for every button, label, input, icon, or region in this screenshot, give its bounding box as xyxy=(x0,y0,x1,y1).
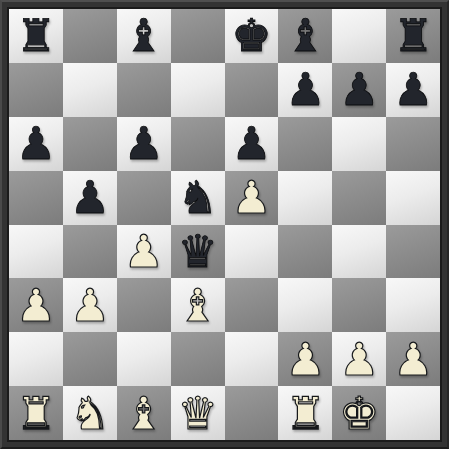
square-b1[interactable]: ♞ xyxy=(63,386,117,440)
square-a2[interactable] xyxy=(9,332,63,386)
square-g5[interactable] xyxy=(332,171,386,225)
square-d4[interactable]: ♛ xyxy=(171,225,225,279)
square-f5[interactable] xyxy=(278,171,332,225)
white-bishop-icon[interactable]: ♝ xyxy=(177,283,217,328)
square-d6[interactable] xyxy=(171,117,225,171)
square-h1[interactable] xyxy=(386,386,440,440)
square-f1[interactable]: ♜ xyxy=(278,386,332,440)
square-a4[interactable] xyxy=(9,225,63,279)
square-b3[interactable]: ♟ xyxy=(63,278,117,332)
square-c2[interactable] xyxy=(117,332,171,386)
square-e1[interactable] xyxy=(225,386,279,440)
white-king-icon[interactable]: ♚ xyxy=(339,391,379,436)
black-pawn-icon[interactable]: ♟ xyxy=(285,67,325,112)
square-h4[interactable] xyxy=(386,225,440,279)
square-c7[interactable] xyxy=(117,63,171,117)
black-rook-icon[interactable]: ♜ xyxy=(16,13,56,58)
black-pawn-icon[interactable]: ♟ xyxy=(231,121,271,166)
white-bishop-icon[interactable]: ♝ xyxy=(124,391,164,436)
square-g3[interactable] xyxy=(332,278,386,332)
square-a8[interactable]: ♜ xyxy=(9,9,63,63)
square-d8[interactable] xyxy=(171,9,225,63)
white-pawn-icon[interactable]: ♟ xyxy=(285,337,325,382)
square-e4[interactable] xyxy=(225,225,279,279)
square-e3[interactable] xyxy=(225,278,279,332)
square-c5[interactable] xyxy=(117,171,171,225)
square-h2[interactable]: ♟ xyxy=(386,332,440,386)
square-e6[interactable]: ♟ xyxy=(225,117,279,171)
square-g1[interactable]: ♚ xyxy=(332,386,386,440)
board-frame: ♜♝♚♝♜♟♟♟♟♟♟♟♞♟♟♛♟♟♝♟♟♟♜♞♝♛♜♚ xyxy=(0,0,449,449)
square-f2[interactable]: ♟ xyxy=(278,332,332,386)
black-king-icon[interactable]: ♚ xyxy=(231,13,271,58)
square-e5[interactable]: ♟ xyxy=(225,171,279,225)
square-e2[interactable] xyxy=(225,332,279,386)
black-bishop-icon[interactable]: ♝ xyxy=(285,13,325,58)
white-pawn-icon[interactable]: ♟ xyxy=(70,283,110,328)
square-f3[interactable] xyxy=(278,278,332,332)
white-pawn-icon[interactable]: ♟ xyxy=(231,175,271,220)
square-b8[interactable] xyxy=(63,9,117,63)
square-d7[interactable] xyxy=(171,63,225,117)
black-pawn-icon[interactable]: ♟ xyxy=(393,67,433,112)
black-pawn-icon[interactable]: ♟ xyxy=(16,121,56,166)
square-h3[interactable] xyxy=(386,278,440,332)
square-h8[interactable]: ♜ xyxy=(386,9,440,63)
square-a3[interactable]: ♟ xyxy=(9,278,63,332)
white-knight-icon[interactable]: ♞ xyxy=(70,391,110,436)
square-g8[interactable] xyxy=(332,9,386,63)
square-h5[interactable] xyxy=(386,171,440,225)
square-d2[interactable] xyxy=(171,332,225,386)
square-a7[interactable] xyxy=(9,63,63,117)
black-rook-icon[interactable]: ♜ xyxy=(393,13,433,58)
white-queen-icon[interactable]: ♛ xyxy=(177,391,217,436)
square-d5[interactable]: ♞ xyxy=(171,171,225,225)
square-h6[interactable] xyxy=(386,117,440,171)
white-pawn-icon[interactable]: ♟ xyxy=(339,337,379,382)
square-b6[interactable] xyxy=(63,117,117,171)
square-d1[interactable]: ♛ xyxy=(171,386,225,440)
square-c1[interactable]: ♝ xyxy=(117,386,171,440)
square-f7[interactable]: ♟ xyxy=(278,63,332,117)
square-f4[interactable] xyxy=(278,225,332,279)
square-c4[interactable]: ♟ xyxy=(117,225,171,279)
chess-board: ♜♝♚♝♜♟♟♟♟♟♟♟♞♟♟♛♟♟♝♟♟♟♜♞♝♛♜♚ xyxy=(9,9,440,440)
square-e8[interactable]: ♚ xyxy=(225,9,279,63)
square-a6[interactable]: ♟ xyxy=(9,117,63,171)
square-g2[interactable]: ♟ xyxy=(332,332,386,386)
white-rook-icon[interactable]: ♜ xyxy=(285,391,325,436)
square-f8[interactable]: ♝ xyxy=(278,9,332,63)
black-queen-icon[interactable]: ♛ xyxy=(177,229,217,274)
square-e7[interactable] xyxy=(225,63,279,117)
square-c3[interactable] xyxy=(117,278,171,332)
square-b4[interactable] xyxy=(63,225,117,279)
square-d3[interactable]: ♝ xyxy=(171,278,225,332)
white-pawn-icon[interactable]: ♟ xyxy=(124,229,164,274)
black-bishop-icon[interactable]: ♝ xyxy=(124,13,164,58)
square-b7[interactable] xyxy=(63,63,117,117)
black-pawn-icon[interactable]: ♟ xyxy=(124,121,164,166)
black-pawn-icon[interactable]: ♟ xyxy=(70,175,110,220)
square-c6[interactable]: ♟ xyxy=(117,117,171,171)
square-b2[interactable] xyxy=(63,332,117,386)
square-g7[interactable]: ♟ xyxy=(332,63,386,117)
white-pawn-icon[interactable]: ♟ xyxy=(16,283,56,328)
square-a1[interactable]: ♜ xyxy=(9,386,63,440)
square-c8[interactable]: ♝ xyxy=(117,9,171,63)
black-knight-icon[interactable]: ♞ xyxy=(177,175,217,220)
square-a5[interactable] xyxy=(9,171,63,225)
white-rook-icon[interactable]: ♜ xyxy=(16,391,56,436)
black-pawn-icon[interactable]: ♟ xyxy=(339,67,379,112)
square-g4[interactable] xyxy=(332,225,386,279)
square-f6[interactable] xyxy=(278,117,332,171)
square-h7[interactable]: ♟ xyxy=(386,63,440,117)
square-g6[interactable] xyxy=(332,117,386,171)
square-b5[interactable]: ♟ xyxy=(63,171,117,225)
white-pawn-icon[interactable]: ♟ xyxy=(393,337,433,382)
